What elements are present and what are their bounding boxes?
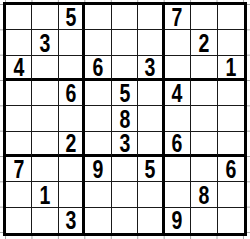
given-digit: 7 <box>13 157 24 182</box>
cell-r8c7[interactable] <box>165 182 191 207</box>
given-digit: 4 <box>13 56 24 80</box>
cell-r1c8[interactable] <box>191 5 217 30</box>
cell-r5c2[interactable] <box>32 106 58 131</box>
cell-r4c6[interactable] <box>138 81 164 106</box>
cell-r6c2[interactable] <box>32 132 58 157</box>
cell-r9c4[interactable] <box>85 208 111 233</box>
cell-r6c3[interactable]: 2 <box>59 132 85 157</box>
cell-r9c1[interactable] <box>6 208 32 233</box>
cell-r8c5[interactable] <box>112 182 138 207</box>
cell-r1c3[interactable]: 5 <box>59 5 85 30</box>
cell-r9c7[interactable]: 9 <box>165 208 191 233</box>
cell-r8c9[interactable] <box>218 182 244 207</box>
cell-r4c9[interactable] <box>218 81 244 106</box>
cell-r1c4[interactable] <box>85 5 111 30</box>
cell-r7c7[interactable] <box>165 157 191 182</box>
cell-r2c2[interactable]: 3 <box>32 30 58 55</box>
cell-r2c8[interactable]: 2 <box>191 30 217 55</box>
cell-r6c4[interactable] <box>85 132 111 157</box>
cell-r3c4[interactable]: 6 <box>85 56 111 81</box>
cell-r3c5[interactable] <box>112 56 138 81</box>
sudoku-puzzle: 57324631654823679561839 <box>0 0 250 239</box>
given-digit: 3 <box>65 208 76 233</box>
cell-r1c7[interactable]: 7 <box>165 5 191 30</box>
cell-r1c9[interactable] <box>218 5 244 30</box>
cell-r2c3[interactable] <box>59 30 85 55</box>
cell-r6c5[interactable]: 3 <box>112 132 138 157</box>
given-digit: 1 <box>225 56 236 80</box>
cell-r7c3[interactable] <box>59 157 85 182</box>
given-digit: 8 <box>119 106 130 131</box>
given-digit: 2 <box>65 132 76 156</box>
given-digit: 5 <box>145 157 156 182</box>
cell-r3c7[interactable] <box>165 56 191 81</box>
given-digit: 1 <box>40 182 51 207</box>
cell-r6c8[interactable] <box>191 132 217 157</box>
given-digit: 9 <box>93 157 104 182</box>
cell-r9c9[interactable] <box>218 208 244 233</box>
cell-r6c7[interactable]: 6 <box>165 132 191 157</box>
cell-r6c9[interactable] <box>218 132 244 157</box>
cell-r1c2[interactable] <box>32 5 58 30</box>
cell-r2c7[interactable] <box>165 30 191 55</box>
given-digit: 6 <box>65 81 76 106</box>
given-digit: 6 <box>172 132 183 156</box>
cell-r7c6[interactable]: 5 <box>138 157 164 182</box>
cell-r8c2[interactable]: 1 <box>32 182 58 207</box>
cell-r4c2[interactable] <box>32 81 58 106</box>
cell-r9c8[interactable] <box>191 208 217 233</box>
given-digit: 2 <box>198 30 209 55</box>
cell-r9c6[interactable] <box>138 208 164 233</box>
given-digit: 5 <box>119 81 130 106</box>
cell-r8c3[interactable] <box>59 182 85 207</box>
given-digit: 8 <box>198 182 209 207</box>
cell-r1c1[interactable] <box>6 5 32 30</box>
given-digit: 3 <box>145 56 156 80</box>
cell-r2c9[interactable] <box>218 30 244 55</box>
cell-r5c6[interactable] <box>138 106 164 131</box>
cell-r9c5[interactable] <box>112 208 138 233</box>
cell-r4c5[interactable]: 5 <box>112 81 138 106</box>
cell-r7c8[interactable] <box>191 157 217 182</box>
given-digit: 4 <box>172 81 183 106</box>
sudoku-board: 57324631654823679561839 <box>3 2 247 236</box>
cell-r5c9[interactable] <box>218 106 244 131</box>
cell-r5c3[interactable] <box>59 106 85 131</box>
cell-r5c7[interactable] <box>165 106 191 131</box>
cell-r2c5[interactable] <box>112 30 138 55</box>
cell-r9c3[interactable]: 3 <box>59 208 85 233</box>
cell-r3c2[interactable] <box>32 56 58 81</box>
cell-r4c1[interactable] <box>6 81 32 106</box>
cell-r7c5[interactable] <box>112 157 138 182</box>
cell-r1c5[interactable] <box>112 5 138 30</box>
cell-r7c2[interactable] <box>32 157 58 182</box>
cell-r7c1[interactable]: 7 <box>6 157 32 182</box>
cell-r3c9[interactable]: 1 <box>218 56 244 81</box>
cell-r9c2[interactable] <box>32 208 58 233</box>
cell-r4c8[interactable] <box>191 81 217 106</box>
given-digit: 5 <box>65 5 76 30</box>
given-digit: 6 <box>93 56 104 80</box>
cell-r5c4[interactable] <box>85 106 111 131</box>
given-digit: 9 <box>172 208 183 233</box>
cell-r8c8[interactable]: 8 <box>191 182 217 207</box>
cell-r8c6[interactable] <box>138 182 164 207</box>
given-digit: 7 <box>172 5 183 30</box>
cell-r6c1[interactable] <box>6 132 32 157</box>
cell-r4c3[interactable]: 6 <box>59 81 85 106</box>
cell-r3c6[interactable]: 3 <box>138 56 164 81</box>
cell-r6c6[interactable] <box>138 132 164 157</box>
cell-r2c1[interactable] <box>6 30 32 55</box>
cell-r3c3[interactable] <box>59 56 85 81</box>
cell-r4c7[interactable]: 4 <box>165 81 191 106</box>
cell-r1c6[interactable] <box>138 5 164 30</box>
cell-r8c1[interactable] <box>6 182 32 207</box>
cell-r2c4[interactable] <box>85 30 111 55</box>
cell-r7c9[interactable]: 6 <box>218 157 244 182</box>
cell-r5c5[interactable]: 8 <box>112 106 138 131</box>
cell-r4c4[interactable] <box>85 81 111 106</box>
cell-r8c4[interactable] <box>85 182 111 207</box>
given-digit: 3 <box>119 132 130 156</box>
cell-r2c6[interactable] <box>138 30 164 55</box>
given-digit: 6 <box>225 157 236 182</box>
cell-r3c1[interactable]: 4 <box>6 56 32 81</box>
cell-r7c4[interactable]: 9 <box>85 157 111 182</box>
cell-r3c8[interactable] <box>191 56 217 81</box>
cell-r5c8[interactable] <box>191 106 217 131</box>
cell-r5c1[interactable] <box>6 106 32 131</box>
given-digit: 3 <box>40 30 51 55</box>
